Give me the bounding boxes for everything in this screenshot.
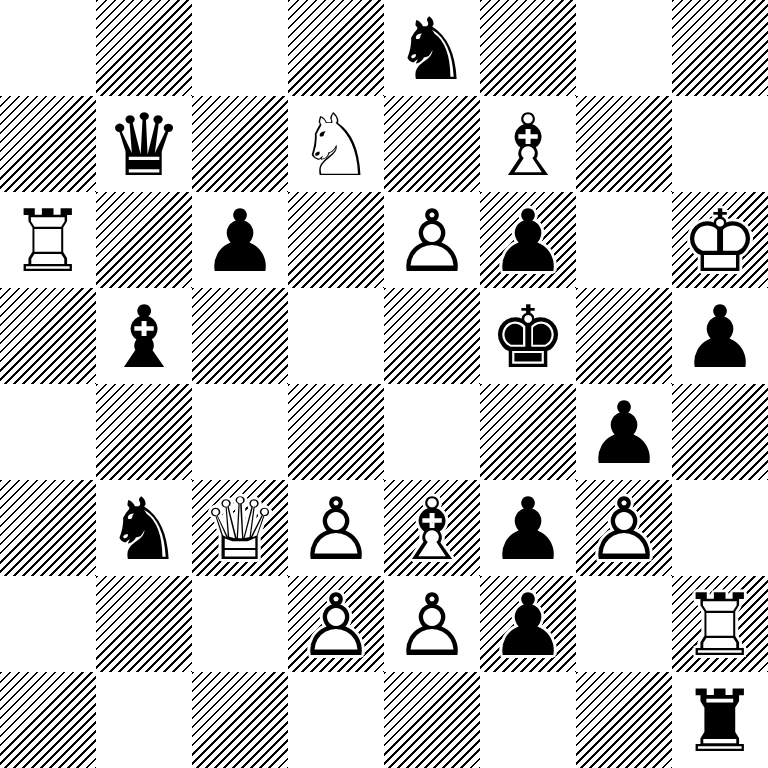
square-b6[interactable] [96,192,192,288]
square-e8[interactable]: ♞ [384,0,480,96]
square-c3[interactable]: ♛♕ [192,480,288,576]
square-g7[interactable] [576,96,672,192]
square-c5[interactable] [192,288,288,384]
piece-black-queen[interactable]: ♛ [96,96,192,192]
piece-black-pawn[interactable]: ♟ [576,384,672,480]
square-f3[interactable]: ♟ [480,480,576,576]
square-f6[interactable]: ♟ [480,192,576,288]
square-b2[interactable] [96,576,192,672]
square-e5[interactable] [384,288,480,384]
square-a7[interactable] [0,96,96,192]
square-d1[interactable] [288,672,384,768]
square-f4[interactable] [480,384,576,480]
square-h4[interactable] [672,384,768,480]
square-c1[interactable] [192,672,288,768]
square-c7[interactable] [192,96,288,192]
piece-white-rook[interactable]: ♜♖ [0,192,96,288]
piece-white-pawn[interactable]: ♟♙ [384,192,480,288]
square-h6[interactable]: ♚♔ [672,192,768,288]
piece-black-rook[interactable]: ♜ [672,672,768,768]
square-f2[interactable]: ♟ [480,576,576,672]
square-h5[interactable]: ♟ [672,288,768,384]
square-g6[interactable] [576,192,672,288]
square-g2[interactable] [576,576,672,672]
square-a1[interactable] [0,672,96,768]
square-b4[interactable] [96,384,192,480]
square-c8[interactable] [192,0,288,96]
piece-white-pawn[interactable]: ♟♙ [384,576,480,672]
square-e2[interactable]: ♟♙ [384,576,480,672]
square-h7[interactable] [672,96,768,192]
chess-diagram: ♞♛♞♘♝♗♜♖♟♟♙♟♚♔♝♚♟♟♞♛♕♟♙♝♗♟♟♙♟♙♟♙♟♜♖♜ [0,0,768,768]
square-a6[interactable]: ♜♖ [0,192,96,288]
square-d5[interactable] [288,288,384,384]
square-a2[interactable] [0,576,96,672]
square-h1[interactable]: ♜ [672,672,768,768]
square-f1[interactable] [480,672,576,768]
square-a5[interactable] [0,288,96,384]
square-d4[interactable] [288,384,384,480]
square-a4[interactable] [0,384,96,480]
square-g8[interactable] [576,0,672,96]
piece-white-bishop[interactable]: ♝♗ [480,96,576,192]
square-g1[interactable] [576,672,672,768]
piece-black-bishop[interactable]: ♝ [96,288,192,384]
piece-black-pawn[interactable]: ♟ [672,288,768,384]
square-e3[interactable]: ♝♗ [384,480,480,576]
chess-board: ♞♛♞♘♝♗♜♖♟♟♙♟♚♔♝♚♟♟♞♛♕♟♙♝♗♟♟♙♟♙♟♙♟♜♖♜ [0,0,768,768]
piece-black-pawn[interactable]: ♟ [480,192,576,288]
square-f7[interactable]: ♝♗ [480,96,576,192]
square-f5[interactable]: ♚ [480,288,576,384]
square-b8[interactable] [96,0,192,96]
square-h2[interactable]: ♜♖ [672,576,768,672]
square-d6[interactable] [288,192,384,288]
square-g5[interactable] [576,288,672,384]
piece-black-pawn[interactable]: ♟ [480,480,576,576]
square-a3[interactable] [0,480,96,576]
square-a8[interactable] [0,0,96,96]
piece-black-knight[interactable]: ♞ [96,480,192,576]
piece-black-pawn[interactable]: ♟ [480,576,576,672]
square-b3[interactable]: ♞ [96,480,192,576]
square-d2[interactable]: ♟♙ [288,576,384,672]
piece-black-knight[interactable]: ♞ [384,0,480,96]
square-e6[interactable]: ♟♙ [384,192,480,288]
square-e1[interactable] [384,672,480,768]
square-g4[interactable]: ♟ [576,384,672,480]
piece-white-pawn[interactable]: ♟♙ [576,480,672,576]
piece-white-knight[interactable]: ♞♘ [288,96,384,192]
square-h3[interactable] [672,480,768,576]
square-d8[interactable] [288,0,384,96]
square-d7[interactable]: ♞♘ [288,96,384,192]
square-d3[interactable]: ♟♙ [288,480,384,576]
piece-black-pawn[interactable]: ♟ [192,192,288,288]
piece-white-pawn[interactable]: ♟♙ [288,576,384,672]
piece-white-king[interactable]: ♚♔ [672,192,768,288]
piece-white-queen[interactable]: ♛♕ [192,480,288,576]
square-h8[interactable] [672,0,768,96]
piece-white-bishop[interactable]: ♝♗ [384,480,480,576]
square-e7[interactable] [384,96,480,192]
piece-white-pawn[interactable]: ♟♙ [288,480,384,576]
square-c4[interactable] [192,384,288,480]
square-g3[interactable]: ♟♙ [576,480,672,576]
square-c2[interactable] [192,576,288,672]
square-f8[interactable] [480,0,576,96]
square-c6[interactable]: ♟ [192,192,288,288]
square-b1[interactable] [96,672,192,768]
square-b5[interactable]: ♝ [96,288,192,384]
piece-white-rook[interactable]: ♜♖ [672,576,768,672]
square-b7[interactable]: ♛ [96,96,192,192]
square-e4[interactable] [384,384,480,480]
piece-black-king[interactable]: ♚ [480,288,576,384]
